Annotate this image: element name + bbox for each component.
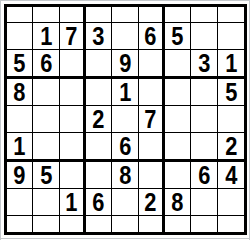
given-digit: 5 (225, 79, 237, 105)
cell-r7c5[interactable]: 8 (112, 162, 138, 189)
cell-r2c9[interactable] (218, 23, 244, 50)
given-digit: 3 (93, 23, 105, 49)
cell-r4c6[interactable] (139, 79, 165, 106)
given-digit: 2 (144, 189, 156, 215)
cell-r6c8[interactable] (191, 133, 217, 162)
cell-r7c1[interactable]: 9 (7, 162, 33, 189)
given-digit: 6 (144, 23, 156, 49)
cell-r4c1[interactable]: 8 (7, 79, 33, 106)
cell-r8c9[interactable] (218, 189, 244, 216)
cell-r7c8[interactable]: 6 (191, 162, 217, 189)
cell-r2c5[interactable] (112, 23, 138, 50)
given-digit: 2 (225, 133, 237, 159)
cell-r7c7[interactable] (165, 162, 191, 189)
cell-r2c4[interactable]: 3 (86, 23, 112, 50)
given-digit: 5 (40, 162, 52, 188)
cell-r5c4[interactable]: 2 (86, 106, 112, 133)
cell-r6c7[interactable] (165, 133, 191, 162)
cell-r8c1[interactable] (7, 189, 33, 216)
cell-r7c6[interactable] (139, 162, 165, 189)
cell-r5c5[interactable] (112, 106, 138, 133)
cell-r1c8[interactable] (191, 7, 217, 23)
cell-r3c2[interactable]: 6 (33, 50, 59, 79)
cell-r6c5[interactable]: 6 (112, 133, 138, 162)
cell-r8c3[interactable]: 1 (60, 189, 86, 216)
given-digit: 6 (119, 133, 131, 159)
given-digit: 5 (172, 23, 184, 49)
cell-r2c1[interactable] (7, 23, 33, 50)
page-edge-rule-top (0, 0, 250, 1)
cell-r5c9[interactable] (218, 106, 244, 133)
given-digit: 9 (14, 162, 26, 188)
cell-r3c3[interactable] (60, 50, 86, 79)
given-digit: 8 (14, 79, 26, 105)
cell-r2c8[interactable] (191, 23, 217, 50)
cell-r3c8[interactable]: 3 (191, 50, 217, 79)
cell-r8c6[interactable]: 2 (139, 189, 165, 216)
page-edge-rule-right (249, 0, 250, 240)
cell-r8c5[interactable] (112, 189, 138, 216)
cell-r2c2[interactable]: 1 (33, 23, 59, 50)
given-digit: 8 (172, 189, 184, 215)
cell-r9c3[interactable] (60, 216, 86, 232)
cell-r1c1[interactable] (7, 7, 33, 23)
given-digit: 5 (14, 50, 26, 76)
given-digit: 1 (14, 133, 26, 159)
cell-r6c6[interactable] (139, 133, 165, 162)
given-digit: 3 (198, 50, 210, 76)
cell-r9c8[interactable] (191, 216, 217, 232)
cell-r3c5[interactable]: 9 (112, 50, 138, 79)
cell-r4c2[interactable] (33, 79, 59, 106)
cell-r4c4[interactable] (86, 79, 112, 106)
cell-r3c1[interactable]: 5 (7, 50, 33, 79)
cell-r8c7[interactable]: 8 (165, 189, 191, 216)
given-digit: 7 (65, 23, 77, 49)
cell-r3c6[interactable] (139, 50, 165, 79)
given-digit: 1 (119, 79, 131, 105)
cell-r2c3[interactable]: 7 (60, 23, 86, 50)
cell-r6c2[interactable] (33, 133, 59, 162)
cell-r6c1[interactable]: 1 (7, 133, 33, 162)
cell-r4c3[interactable] (60, 79, 86, 106)
cell-r6c3[interactable] (60, 133, 86, 162)
given-digit: 8 (119, 162, 131, 188)
cell-r9c1[interactable] (7, 216, 33, 232)
cell-r9c5[interactable] (112, 216, 138, 232)
page-edge-rule-left (0, 0, 1, 240)
given-digit: 6 (40, 50, 52, 76)
cell-r1c5[interactable] (112, 7, 138, 23)
cell-r5c2[interactable] (33, 106, 59, 133)
given-digit: 7 (144, 106, 156, 132)
cell-r5c8[interactable] (191, 106, 217, 133)
cell-r3c9[interactable]: 1 (218, 50, 244, 79)
cell-r6c9[interactable]: 2 (218, 133, 244, 162)
cell-r7c2[interactable]: 5 (33, 162, 59, 189)
cell-r5c6[interactable]: 7 (139, 106, 165, 133)
cell-r4c9[interactable]: 5 (218, 79, 244, 106)
cell-r9c6[interactable] (139, 216, 165, 232)
cell-r7c9[interactable]: 4 (218, 162, 244, 189)
cell-r4c8[interactable] (191, 79, 217, 106)
cell-r6c4[interactable] (86, 133, 112, 162)
cell-r9c9[interactable] (218, 216, 244, 232)
cell-r5c3[interactable] (60, 106, 86, 133)
cell-r8c4[interactable]: 6 (86, 189, 112, 216)
cell-r3c7[interactable] (165, 50, 191, 79)
cell-r5c1[interactable] (7, 106, 33, 133)
cell-r8c2[interactable] (33, 189, 59, 216)
page-edge-rule-bottom (0, 238, 250, 239)
cell-r4c7[interactable] (165, 79, 191, 106)
given-digit: 1 (40, 23, 52, 49)
cell-r1c9[interactable] (218, 7, 244, 23)
given-digit: 2 (93, 106, 105, 132)
cell-r3c4[interactable] (86, 50, 112, 79)
given-digit: 6 (198, 162, 210, 188)
given-digit: 4 (225, 162, 237, 188)
given-digit: 9 (119, 50, 131, 76)
sudoku-board: 173655693181527162958641628 (4, 4, 247, 235)
given-digit: 1 (225, 50, 237, 76)
cell-r5c7[interactable] (165, 106, 191, 133)
cell-r9c4[interactable] (86, 216, 112, 232)
given-digit: 1 (65, 189, 77, 215)
cell-r9c7[interactable] (165, 216, 191, 232)
cell-r7c4[interactable] (86, 162, 112, 189)
cell-r2c6[interactable]: 6 (139, 23, 165, 50)
cell-r4c5[interactable]: 1 (112, 79, 138, 106)
cell-r8c8[interactable] (191, 189, 217, 216)
cell-r9c2[interactable] (33, 216, 59, 232)
given-digit: 6 (93, 189, 105, 215)
cell-r2c7[interactable]: 5 (165, 23, 191, 50)
cell-r7c3[interactable] (60, 162, 86, 189)
